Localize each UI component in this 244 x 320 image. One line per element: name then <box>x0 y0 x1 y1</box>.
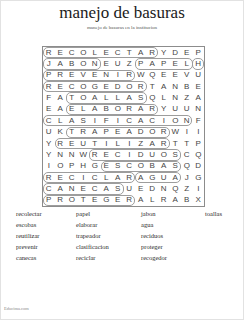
grid-cell-r3c10: Q <box>147 70 159 81</box>
word-list-item: papel <box>76 208 109 219</box>
grid-cell-r9c4: U <box>78 138 90 149</box>
grid-cell-r7c6: F <box>101 115 113 126</box>
grid-cell-r1c4: O <box>78 47 90 58</box>
grid-cell-r5c3: T <box>66 92 78 103</box>
grid-cell-r6c8: R <box>124 104 136 115</box>
grid-cell-r12c3: C <box>66 172 78 183</box>
grid-cell-r4c10: T <box>147 81 159 92</box>
grid-cell-r6c2: A <box>55 104 67 115</box>
grid-cell-r12c13: J <box>181 172 193 183</box>
grid-cell-r13c3: N <box>66 183 78 194</box>
grid-cell-r9c6: I <box>101 138 113 149</box>
grid-cell-r5c6: L <box>101 92 113 103</box>
grid-cell-r8c3: T <box>66 126 78 137</box>
grid-cell-r8c11: R <box>158 126 170 137</box>
grid-cell-r13c8: U <box>124 183 136 194</box>
grid-cell-r12c10: G <box>147 172 159 183</box>
grid-cell-r8c4: R <box>78 126 90 137</box>
grid-cell-r3c6: N <box>101 70 113 81</box>
grid-cell-r8c10: O <box>147 126 159 137</box>
grid-cell-r4c4: O <box>78 81 90 92</box>
grid-cell-r14c9: A <box>135 195 147 206</box>
grid-cell-r12c4: I <box>78 172 90 183</box>
grid-cell-r2c12: E <box>170 58 182 69</box>
grid-cell-r5c5: A <box>89 92 101 103</box>
grid-cell-r8c2: K <box>55 126 67 137</box>
word-list-item: elaborar <box>76 219 109 230</box>
grid-cell-r7c13: N <box>181 115 193 126</box>
grid-cell-r2c6: E <box>101 58 113 69</box>
grid-cell-r7c8: C <box>124 115 136 126</box>
grid-cell-r11c14: D <box>193 161 205 172</box>
grid-cell-r11c3: P <box>66 161 78 172</box>
grid-cell-r8c1: U <box>43 126 55 137</box>
grid-cell-r6c10: R <box>147 104 159 115</box>
grid-cell-r1c11: Y <box>158 47 170 58</box>
grid-cell-r14c8: R <box>124 195 136 206</box>
grid-cell-r9c12: T <box>170 138 182 149</box>
grid-cell-r10c10: U <box>147 149 159 160</box>
grid-cell-r12c12: A <box>170 172 182 183</box>
grid-cell-r6c1: E <box>43 104 55 115</box>
grid-cell-r1c7: C <box>112 47 124 58</box>
grid-cell-r10c3: N <box>66 149 78 160</box>
grid-cell-r14c14: X <box>193 195 205 206</box>
grid-cell-r12c1: R <box>43 172 55 183</box>
grid-cell-r12c8: R <box>124 172 136 183</box>
grid-cell-r11c4: H <box>78 161 90 172</box>
word-search-page: manejo de basuras manejo de basuras en l… <box>0 0 244 320</box>
word-list-item: escobas <box>16 219 42 230</box>
grid-cell-r3c8: R <box>124 70 136 81</box>
grid-cell-r10c9: D <box>135 149 147 160</box>
grid-cell-r2c2: A <box>55 58 67 69</box>
grid-cell-r10c5: R <box>89 149 101 160</box>
grid-cell-r4c2: E <box>55 81 67 92</box>
grid-cell-r3c2: R <box>55 70 67 81</box>
grid-cell-r14c13: B <box>181 195 193 206</box>
grid-cell-r3c11: E <box>158 70 170 81</box>
grid-cell-r4c7: D <box>112 81 124 92</box>
watermark: Educima.com <box>4 306 29 311</box>
grid-cell-r12c9: A <box>135 172 147 183</box>
grid-cell-r10c7: C <box>112 149 124 160</box>
grid-cell-r13c1: C <box>43 183 55 194</box>
grid-cell-r3c5: E <box>89 70 101 81</box>
grid-cell-r11c10: B <box>147 161 159 172</box>
grid-cell-r11c5: G <box>89 161 101 172</box>
grid-cell-r10c4: W <box>78 149 90 160</box>
grid-cell-r7c1: C <box>43 115 55 126</box>
grid-cell-r13c2: A <box>55 183 67 194</box>
grid-cell-r1c2: E <box>55 47 67 58</box>
grid-cell-r14c7: E <box>112 195 124 206</box>
grid-cell-r12c14: G <box>193 172 205 183</box>
grid-cell-r7c11: I <box>158 115 170 126</box>
grid-cell-r10c2: N <box>55 149 67 160</box>
grid-cell-r6c14: N <box>193 104 205 115</box>
grid-cell-r7c10: C <box>147 115 159 126</box>
grid-cell-r9c1: Y <box>43 138 55 149</box>
grid-cell-r10c6: E <box>101 149 113 160</box>
grid-cell-r12c5: C <box>89 172 101 183</box>
grid-cell-r13c11: N <box>158 183 170 194</box>
grid-cell-r14c6: G <box>101 195 113 206</box>
grid-cell-r8c8: A <box>124 126 136 137</box>
grid-cell-r2c3: B <box>66 58 78 69</box>
grid-cell-r2c7: U <box>112 58 124 69</box>
grid-cell-r5c11: L <box>158 92 170 103</box>
grid-cell-r14c2: R <box>55 195 67 206</box>
word-search-grid: RECOLECTARYDEPJABONEUZPAPELHPREVENIRWQEE… <box>43 47 204 206</box>
word-list-column-4: toallas <box>205 208 222 219</box>
grid-cell-r13c10: D <box>147 183 159 194</box>
grid-cell-r10c8: I <box>124 149 136 160</box>
grid-cell-r11c2: O <box>55 161 67 172</box>
grid-cell-r6c3: E <box>66 104 78 115</box>
grid-cell-r10c11: O <box>158 149 170 160</box>
grid-cell-r4c3: C <box>66 81 78 92</box>
grid-cell-r8c6: P <box>101 126 113 137</box>
grid-cell-r10c12: S <box>170 149 182 160</box>
grid-cell-r14c4: T <box>78 195 90 206</box>
grid-cell-r6c4: L <box>78 104 90 115</box>
grid-cell-r14c5: E <box>89 195 101 206</box>
grid-cell-r4c13: B <box>181 81 193 92</box>
grid-cell-r5c1: F <box>43 92 55 103</box>
grid-cell-r4c11: A <box>158 81 170 92</box>
grid-cell-r9c2: R <box>55 138 67 149</box>
grid-cell-r12c6: L <box>101 172 113 183</box>
grid-cell-r9c3: E <box>66 138 78 149</box>
word-list-item: canecas <box>16 252 42 263</box>
grid-cell-r11c13: Q <box>181 161 193 172</box>
grid-cell-r4c5: G <box>89 81 101 92</box>
puzzle-subtitle: manejo de basuras en la institucion <box>1 25 243 30</box>
grid-cell-r9c13: T <box>181 138 193 149</box>
grid-cell-r11c12: S <box>170 161 182 172</box>
grid-cell-r1c3: C <box>66 47 78 58</box>
word-list-column-1: recolectarescobasreutilizarprevenircanec… <box>16 208 42 263</box>
grid-cell-r8c5: A <box>89 126 101 137</box>
grid-cell-r11c1: I <box>43 161 55 172</box>
grid-cell-r11c11: A <box>158 161 170 172</box>
grid-cell-r5c2: A <box>55 92 67 103</box>
word-list-item: trapeador <box>76 230 109 241</box>
grid-cell-r3c7: I <box>112 70 124 81</box>
grid-cell-r3c13: V <box>181 70 193 81</box>
grid-cell-r14c1: P <box>43 195 55 206</box>
grid-cell-r4c14: E <box>193 81 205 92</box>
grid-cell-r2c9: P <box>135 58 147 69</box>
grid-cell-r5c13: Z <box>181 92 193 103</box>
grid-cell-r4c1: R <box>43 81 55 92</box>
grid-cell-r2c11: P <box>158 58 170 69</box>
grid-cell-r4c12: N <box>170 81 182 92</box>
grid-cell-r13c13: Z <box>181 183 193 194</box>
grid-cell-r12c2: E <box>55 172 67 183</box>
grid-cell-r11c7: S <box>112 161 124 172</box>
grid-cell-r7c3: A <box>66 115 78 126</box>
grid-cell-r2c5: N <box>89 58 101 69</box>
grid-cell-r5c8: A <box>124 92 136 103</box>
word-list-item: reutilizar <box>16 230 42 241</box>
grid-cell-r14c11: R <box>158 195 170 206</box>
grid-cell-r9c8: I <box>124 138 136 149</box>
word-list-item: agua <box>141 219 167 230</box>
grid-cell-r8c7: E <box>112 126 124 137</box>
grid-cell-r10c13: C <box>181 149 193 160</box>
grid-cell-r2c10: A <box>147 58 159 69</box>
grid-cell-r13c14: I <box>193 183 205 194</box>
grid-cell-r13c5: C <box>89 183 101 194</box>
grid-cell-r9c14: P <box>193 138 205 149</box>
word-search-grid-frame: RECOLECTARYDEPJABONEUZPAPELHPREVENIRWQEE… <box>42 46 205 207</box>
grid-cell-r6c6: B <box>101 104 113 115</box>
grid-cell-r2c8: Z <box>124 58 136 69</box>
grid-cell-r6c5: A <box>89 104 101 115</box>
grid-cell-r13c7: S <box>112 183 124 194</box>
word-list-item: recolectar <box>16 208 42 219</box>
grid-cell-r4c6: E <box>101 81 113 92</box>
grid-cell-r1c5: L <box>89 47 101 58</box>
grid-cell-r11c6: E <box>101 161 113 172</box>
grid-cell-r4c8: O <box>124 81 136 92</box>
grid-cell-r5c10: Q <box>147 92 159 103</box>
grid-cell-r13c12: Q <box>170 183 182 194</box>
grid-cell-r6c11: Y <box>158 104 170 115</box>
grid-cell-r3c1: P <box>43 70 55 81</box>
grid-cell-r6c13: U <box>181 104 193 115</box>
grid-cell-r7c4: S <box>78 115 90 126</box>
grid-cell-r10c14: Q <box>193 149 205 160</box>
grid-cell-r7c5: I <box>89 115 101 126</box>
grid-cell-r2c1: J <box>43 58 55 69</box>
grid-cell-r7c2: L <box>55 115 67 126</box>
word-list-item: toallas <box>205 208 222 219</box>
word-list-item: clasificacion <box>76 241 109 252</box>
grid-cell-r1c8: T <box>124 47 136 58</box>
grid-cell-r3c3: E <box>66 70 78 81</box>
grid-cell-r4c9: R <box>135 81 147 92</box>
grid-cell-r14c3: O <box>66 195 78 206</box>
grid-cell-r2c13: L <box>181 58 193 69</box>
grid-cell-r1c10: R <box>147 47 159 58</box>
grid-cell-r9c10: A <box>147 138 159 149</box>
grid-cell-r3c9: W <box>135 70 147 81</box>
grid-cell-r9c11: R <box>158 138 170 149</box>
grid-cell-r10c1: Y <box>43 149 55 160</box>
word-list-item: recogedor <box>141 252 167 263</box>
grid-cell-r13c6: A <box>101 183 113 194</box>
grid-cell-r6c7: O <box>112 104 124 115</box>
grid-cell-r8c14: I <box>193 126 205 137</box>
grid-cell-r3c4: V <box>78 70 90 81</box>
grid-cell-r8c9: D <box>135 126 147 137</box>
grid-cell-r7c9: A <box>135 115 147 126</box>
grid-cell-r6c12: U <box>170 104 182 115</box>
grid-cell-r3c14: U <box>193 70 205 81</box>
grid-cell-r8c12: W <box>170 126 182 137</box>
grid-cell-r5c14: A <box>193 92 205 103</box>
grid-cell-r7c7: I <box>112 115 124 126</box>
grid-cell-r3c12: E <box>170 70 182 81</box>
word-list: recolectarescobasreutilizarprevenircanec… <box>1 208 243 268</box>
grid-cell-r7c14: F <box>193 115 205 126</box>
grid-cell-r7c12: O <box>170 115 182 126</box>
grid-cell-r12c7: A <box>112 172 124 183</box>
grid-cell-r11c9: O <box>135 161 147 172</box>
grid-cell-r1c1: R <box>43 47 55 58</box>
grid-cell-r5c12: N <box>170 92 182 103</box>
grid-cell-r6c9: A <box>135 104 147 115</box>
grid-cell-r2c14: H <box>193 58 205 69</box>
word-list-item: prevenir <box>16 241 42 252</box>
grid-cell-r5c9: S <box>135 92 147 103</box>
grid-cell-r5c7: L <box>112 92 124 103</box>
grid-cell-r1c6: E <box>101 47 113 58</box>
grid-cell-r14c12: A <box>170 195 182 206</box>
grid-cell-r9c9: Z <box>135 138 147 149</box>
grid-cell-r1c14: P <box>193 47 205 58</box>
grid-cell-r9c5: T <box>89 138 101 149</box>
grid-cell-r2c4: O <box>78 58 90 69</box>
grid-cell-r1c12: D <box>170 47 182 58</box>
grid-cell-r11c8: C <box>124 161 136 172</box>
word-list-column-3: jabonaguareciduosprotegerrecogedor <box>141 208 167 263</box>
grid-cell-r8c13: I <box>181 126 193 137</box>
puzzle-title: manejo de basuras <box>1 3 243 23</box>
word-list-item: reciclar <box>76 252 109 263</box>
word-list-item: jabon <box>141 208 167 219</box>
grid-cell-r14c10: L <box>147 195 159 206</box>
word-list-item: proteger <box>141 241 167 252</box>
grid-cell-r5c4: O <box>78 92 90 103</box>
grid-cell-r13c9: E <box>135 183 147 194</box>
grid-cell-r1c9: A <box>135 47 147 58</box>
grid-cell-r13c4: E <box>78 183 90 194</box>
grid-cell-r12c11: U <box>158 172 170 183</box>
grid-cell-r1c13: E <box>181 47 193 58</box>
word-list-column-2: papelelaborartrapeadorclasificacionrecic… <box>76 208 109 263</box>
word-list-item: reciduos <box>141 230 167 241</box>
grid-cell-r9c7: L <box>112 138 124 149</box>
